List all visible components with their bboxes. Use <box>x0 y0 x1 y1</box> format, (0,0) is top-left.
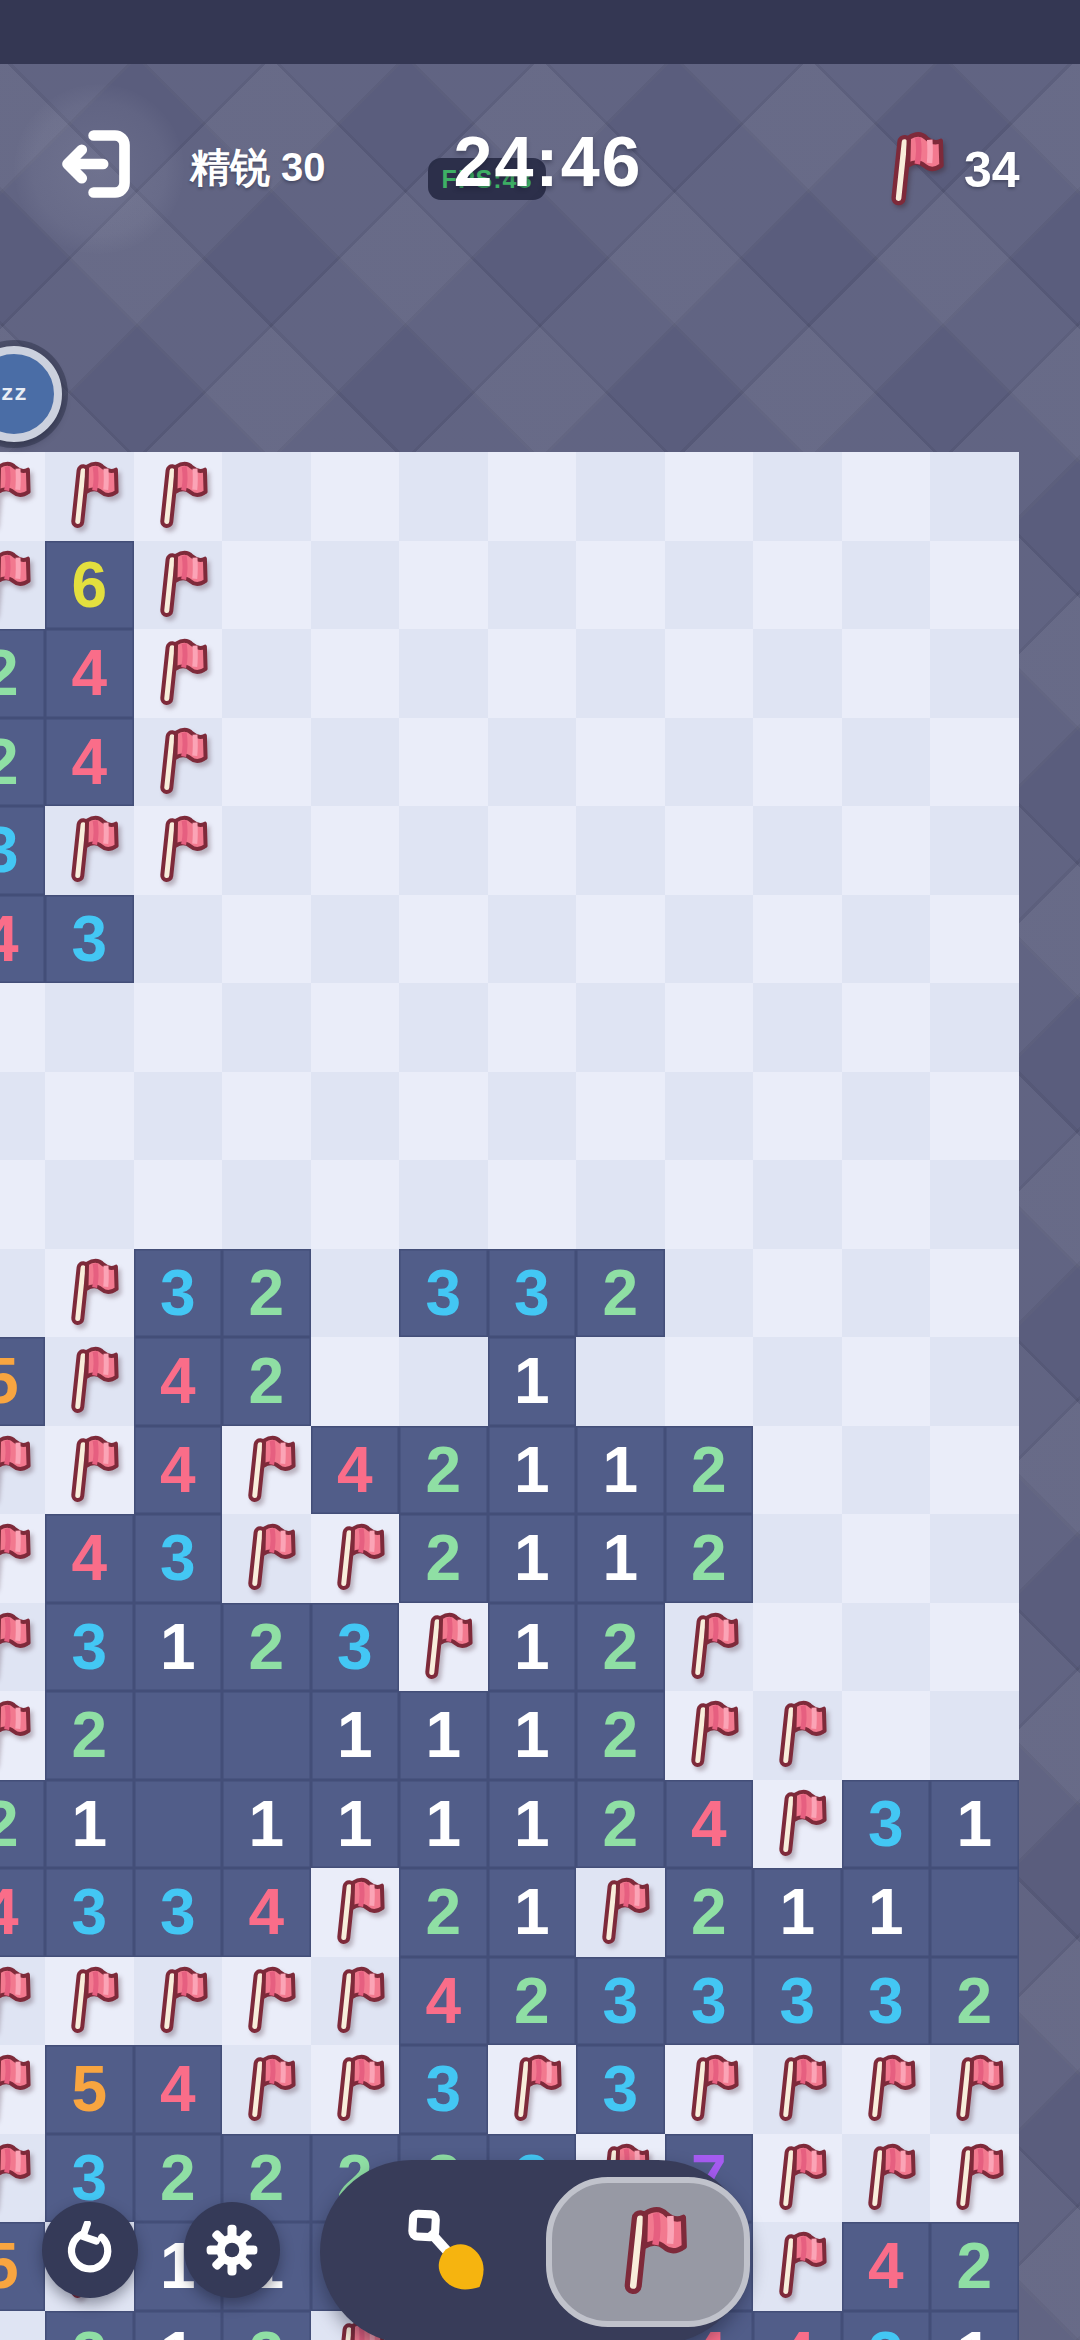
board-cell-r6-c0[interactable] <box>0 983 45 1072</box>
board-cell-r8-c4[interactable] <box>311 1160 400 1249</box>
board-cell-r17-c3[interactable] <box>222 1957 311 2046</box>
board-cell-r20-c10[interactable]: 4 <box>842 2222 931 2311</box>
board-cell-r8-c10[interactable] <box>842 1160 931 1249</box>
flag-icon <box>145 812 211 888</box>
board-cell-r13-c1[interactable]: 3 <box>45 1603 134 1692</box>
board-cell-r3-c1[interactable]: 4 <box>45 718 134 807</box>
board-cell-r6-c2[interactable] <box>134 983 223 1072</box>
board-cell-r13-c6[interactable]: 1 <box>488 1603 577 1692</box>
board-cell-r5-c6[interactable] <box>488 895 577 984</box>
board-cell-r17-c10[interactable]: 3 <box>842 1957 931 2046</box>
board-cell-r14-c4[interactable]: 1 <box>311 1691 400 1780</box>
board-cell-r3-c6[interactable] <box>488 718 577 807</box>
flag-icon <box>0 1432 34 1508</box>
board-cell-r5-c5[interactable] <box>399 895 488 984</box>
board-cell-r16-c11[interactable] <box>930 1868 1019 1957</box>
board-cell-r11-c11[interactable] <box>930 1426 1019 1515</box>
board-cell-r19-c9[interactable] <box>753 2134 842 2223</box>
mine-count-digit: 1 <box>602 1438 638 1502</box>
board-cell-r9-c3[interactable]: 2 <box>222 1249 311 1338</box>
board-cell-r4-c5[interactable] <box>399 806 488 895</box>
board-cell-r8-c5[interactable] <box>399 1160 488 1249</box>
mine-count-digit: 2 <box>956 2234 992 2298</box>
board-cell-r14-c7[interactable]: 2 <box>576 1691 665 1780</box>
board-cell-r8-c1[interactable] <box>45 1160 134 1249</box>
board-cell-r6-c5[interactable] <box>399 983 488 1072</box>
board-cell-r16-c10[interactable]: 1 <box>842 1868 931 1957</box>
board-cell-r0-c11[interactable] <box>930 452 1019 541</box>
board-cell-r2-c9[interactable] <box>753 629 842 718</box>
board-cell-r11-c10[interactable] <box>842 1426 931 1515</box>
board-cell-r7-c8[interactable] <box>665 1072 754 1161</box>
board-cell-r9-c0[interactable] <box>0 1249 45 1338</box>
mine-count-digit: 4 <box>0 907 19 971</box>
board-cell-r17-c6[interactable]: 2 <box>488 1957 577 2046</box>
board-cell-r17-c9[interactable]: 3 <box>753 1957 842 2046</box>
board-cell-r14-c0[interactable] <box>0 1691 45 1780</box>
shovel-tool-button[interactable] <box>396 2200 500 2304</box>
board-cell-r0-c0[interactable] <box>0 452 45 541</box>
board-cell-r10-c10[interactable] <box>842 1337 931 1426</box>
board-cell-r15-c0[interactable]: 2 <box>0 1780 45 1869</box>
board-cell-r7-c3[interactable] <box>222 1072 311 1161</box>
board-cell-r16-c3[interactable]: 4 <box>222 1868 311 1957</box>
flag-icon <box>233 1520 299 1596</box>
board-cell-r14-c1[interactable]: 2 <box>45 1691 134 1780</box>
flag-tool-button-selected[interactable] <box>546 2177 750 2327</box>
board-cell-r2-c2[interactable] <box>134 629 223 718</box>
board-cell-r8-c6[interactable] <box>488 1160 577 1249</box>
board-cell-r18-c3[interactable] <box>222 2045 311 2134</box>
board-cell-r3-c7[interactable] <box>576 718 665 807</box>
board-cell-r15-c2[interactable] <box>134 1780 223 1869</box>
board-cell-r3-c10[interactable] <box>842 718 931 807</box>
board-cell-r7-c9[interactable] <box>753 1072 842 1161</box>
board-cell-r21-c11[interactable]: 1 <box>930 2311 1019 2340</box>
mine-count-digit: 2 <box>691 1526 727 1590</box>
board-cell-r13-c10[interactable] <box>842 1603 931 1692</box>
board-cell-r7-c0[interactable] <box>0 1072 45 1161</box>
flag-icon <box>764 2228 830 2304</box>
board-cell-r11-c1[interactable] <box>45 1426 134 1515</box>
board-cell-r3-c2[interactable] <box>134 718 223 807</box>
board-cell-r2-c4[interactable] <box>311 629 400 718</box>
mine-count-digit: 4 <box>160 1349 196 1413</box>
board-cell-r9-c10[interactable] <box>842 1249 931 1338</box>
board-cell-r18-c8[interactable] <box>665 2045 754 2134</box>
board-cell-r14-c3[interactable] <box>222 1691 311 1780</box>
board-cell-r6-c1[interactable] <box>45 983 134 1072</box>
board-cell-r2-c0[interactable]: 2 <box>0 629 45 718</box>
board-cell-r8-c8[interactable] <box>665 1160 754 1249</box>
board-cell-r4-c0[interactable]: 3 <box>0 806 45 895</box>
board-cell-r10-c5[interactable] <box>399 1337 488 1426</box>
board-cell-r15-c4[interactable]: 1 <box>311 1780 400 1869</box>
board-cell-r7-c4[interactable] <box>311 1072 400 1161</box>
board-cell-r2-c1[interactable]: 4 <box>45 629 134 718</box>
mine-count-digit: 1 <box>868 1880 904 1944</box>
board-cell-r5-c10[interactable] <box>842 895 931 984</box>
board-cell-r20-c9[interactable] <box>753 2222 842 2311</box>
board-cell-r15-c10[interactable]: 3 <box>842 1780 931 1869</box>
board-cell-r2-c10[interactable] <box>842 629 931 718</box>
board-cell-r6-c9[interactable] <box>753 983 842 1072</box>
board-cell-r9-c7[interactable]: 2 <box>576 1249 665 1338</box>
board-cell-r16-c6[interactable]: 1 <box>488 1868 577 1957</box>
board-cell-r12-c9[interactable] <box>753 1514 842 1603</box>
board-cell-r11-c2[interactable]: 4 <box>134 1426 223 1515</box>
mine-count-digit: 2 <box>602 1792 638 1856</box>
undo-button[interactable] <box>42 2202 138 2298</box>
board-cell-r3-c9[interactable] <box>753 718 842 807</box>
board-cell-r16-c5[interactable]: 2 <box>399 1868 488 1957</box>
board-cell-r5-c7[interactable] <box>576 895 665 984</box>
mine-count-digit: 1 <box>514 1438 550 1502</box>
board-cell-r17-c1[interactable] <box>45 1957 134 2046</box>
board-cell-r0-c2[interactable] <box>134 452 223 541</box>
board-cell-r11-c5[interactable]: 2 <box>399 1426 488 1515</box>
board-cell-r18-c11[interactable] <box>930 2045 1019 2134</box>
mine-count-digit: 1 <box>248 1792 284 1856</box>
board-cell-r7-c2[interactable] <box>134 1072 223 1161</box>
board-cell-r13-c2[interactable]: 1 <box>134 1603 223 1692</box>
board-cell-r10-c2[interactable]: 4 <box>134 1337 223 1426</box>
board-cell-r11-c9[interactable] <box>753 1426 842 1515</box>
board-cell-r13-c4[interactable]: 3 <box>311 1603 400 1692</box>
board-cell-r1-c7[interactable] <box>576 541 665 630</box>
mine-count-digit: 2 <box>160 2146 196 2210</box>
board-cell-r0-c1[interactable] <box>45 452 134 541</box>
board-cell-r0-c9[interactable] <box>753 452 842 541</box>
board-cell-r14-c8[interactable] <box>665 1691 754 1780</box>
board-cell-r4-c1[interactable] <box>45 806 134 895</box>
board-cell-r5-c4[interactable] <box>311 895 400 984</box>
board-cell-r2-c8[interactable] <box>665 629 754 718</box>
board-cell-r1-c10[interactable] <box>842 541 931 630</box>
board-cell-r11-c6[interactable]: 1 <box>488 1426 577 1515</box>
exit-button[interactable] <box>58 126 134 202</box>
board-cell-r18-c1[interactable]: 5 <box>45 2045 134 2134</box>
board-cell-r9-c8[interactable] <box>665 1249 754 1338</box>
board-cell-r2-c7[interactable] <box>576 629 665 718</box>
board-cell-r15-c6[interactable]: 1 <box>488 1780 577 1869</box>
flag-icon <box>0 1963 34 2039</box>
flag-icon <box>233 1432 299 1508</box>
board-cell-r0-c7[interactable] <box>576 452 665 541</box>
board-cell-r6-c4[interactable] <box>311 983 400 1072</box>
board-cell-r13-c7[interactable]: 2 <box>576 1603 665 1692</box>
board-cell-r5-c3[interactable] <box>222 895 311 984</box>
board-cell-r12-c1[interactable]: 4 <box>45 1514 134 1603</box>
board-cell-r7-c1[interactable] <box>45 1072 134 1161</box>
board-cell-r12-c0[interactable] <box>0 1514 45 1603</box>
minesweeper-board[interactable]: 6242434332332542144211243211231231221112… <box>0 452 1019 2340</box>
board-cell-r10-c9[interactable] <box>753 1337 842 1426</box>
board-cell-r16-c4[interactable] <box>311 1868 400 1957</box>
board-cell-r5-c1[interactable]: 3 <box>45 895 134 984</box>
board-cell-r8-c11[interactable] <box>930 1160 1019 1249</box>
board-cell-r13-c5[interactable] <box>399 1603 488 1692</box>
flag-icon <box>145 458 211 534</box>
timer: 24:46 <box>428 122 668 202</box>
board-cell-r7-c10[interactable] <box>842 1072 931 1161</box>
board-cell-r4-c11[interactable] <box>930 806 1019 895</box>
board-cell-r4-c4[interactable] <box>311 806 400 895</box>
board-cell-r17-c8[interactable]: 3 <box>665 1957 754 2046</box>
board-cell-r16-c2[interactable]: 3 <box>134 1868 223 1957</box>
board-cell-r4-c10[interactable] <box>842 806 931 895</box>
mine-count-digit: 4 <box>71 641 107 705</box>
board-cell-r12-c6[interactable]: 1 <box>488 1514 577 1603</box>
board-cell-r12-c11[interactable] <box>930 1514 1019 1603</box>
board-cell-r6-c6[interactable] <box>488 983 577 1072</box>
board-cell-r1-c5[interactable] <box>399 541 488 630</box>
board-cell-r2-c5[interactable] <box>399 629 488 718</box>
board-cell-r9-c6[interactable]: 3 <box>488 1249 577 1338</box>
board-cell-r18-c0[interactable] <box>0 2045 45 2134</box>
board-cell-r4-c2[interactable] <box>134 806 223 895</box>
board-cell-r18-c4[interactable] <box>311 2045 400 2134</box>
board-cell-r0-c4[interactable] <box>311 452 400 541</box>
board-cell-r15-c9[interactable] <box>753 1780 842 1869</box>
mine-count-digit: 4 <box>425 1969 461 2033</box>
board-cell-r5-c2[interactable] <box>134 895 223 984</box>
board-cell-r17-c4[interactable] <box>311 1957 400 2046</box>
mine-count-digit: 4 <box>868 2234 904 2298</box>
board-cell-r14-c6[interactable]: 1 <box>488 1691 577 1780</box>
board-cell-r21-c9[interactable]: 4 <box>753 2311 842 2340</box>
mode-label: 精锐 30 <box>190 140 326 195</box>
board-cell-r10-c3[interactable]: 2 <box>222 1337 311 1426</box>
board-cell-r13-c11[interactable] <box>930 1603 1019 1692</box>
board-cell-r21-c0[interactable] <box>0 2311 45 2340</box>
board-cell-r21-c2[interactable]: 1 <box>134 2311 223 2340</box>
board-cell-r6-c8[interactable] <box>665 983 754 1072</box>
flag-icon <box>587 1874 653 1950</box>
board-cell-r13-c8[interactable] <box>665 1603 754 1692</box>
board-cell-r5-c8[interactable] <box>665 895 754 984</box>
board-cell-r3-c4[interactable] <box>311 718 400 807</box>
board-cell-r2-c11[interactable] <box>930 629 1019 718</box>
board-cell-r16-c8[interactable]: 2 <box>665 1868 754 1957</box>
board-cell-r12-c4[interactable] <box>311 1514 400 1603</box>
board-cell-r11-c4[interactable]: 4 <box>311 1426 400 1515</box>
board-cell-r5-c0[interactable]: 4 <box>0 895 45 984</box>
flag-icon <box>0 458 34 534</box>
board-cell-r11-c0[interactable] <box>0 1426 45 1515</box>
mine-count-digit: 2 <box>71 2323 107 2340</box>
board-cell-r14-c9[interactable] <box>753 1691 842 1780</box>
board-cell-r21-c1[interactable]: 2 <box>45 2311 134 2340</box>
board-cell-r12-c8[interactable]: 2 <box>665 1514 754 1603</box>
tool-toggle-pill <box>320 2160 750 2340</box>
flag-icon <box>0 2051 34 2127</box>
board-cell-r18-c10[interactable] <box>842 2045 931 2134</box>
mine-count-digit: 2 <box>248 1349 284 1413</box>
board-cell-r18-c6[interactable] <box>488 2045 577 2134</box>
board-cell-r15-c3[interactable]: 1 <box>222 1780 311 1869</box>
board-cell-r8-c2[interactable] <box>134 1160 223 1249</box>
flag-icon <box>499 2051 565 2127</box>
board-cell-r10-c7[interactable] <box>576 1337 665 1426</box>
board-cell-r3-c5[interactable] <box>399 718 488 807</box>
board-cell-r1-c3[interactable] <box>222 541 311 630</box>
settings-button[interactable] <box>184 2202 280 2298</box>
board-cell-r18-c2[interactable]: 4 <box>134 2045 223 2134</box>
avatar[interactable]: zz <box>0 346 62 442</box>
flag-icon <box>145 1963 211 2039</box>
board-cell-r17-c2[interactable] <box>134 1957 223 2046</box>
board-cell-r12-c7[interactable]: 1 <box>576 1514 665 1603</box>
mine-count-digit: 1 <box>514 1526 550 1590</box>
board-cell-r6-c3[interactable] <box>222 983 311 1072</box>
board-cell-r4-c3[interactable] <box>222 806 311 895</box>
board-cell-r16-c1[interactable]: 3 <box>45 1868 134 1957</box>
board-cell-r18-c9[interactable] <box>753 2045 842 2134</box>
board-cell-r14-c10[interactable] <box>842 1691 931 1780</box>
board-cell-r8-c7[interactable] <box>576 1160 665 1249</box>
board-cell-r3-c0[interactable]: 2 <box>0 718 45 807</box>
board-cell-r7-c6[interactable] <box>488 1072 577 1161</box>
board-cell-r19-c10[interactable] <box>842 2134 931 2223</box>
board-cell-r14-c2[interactable] <box>134 1691 223 1780</box>
board-cell-r17-c0[interactable] <box>0 1957 45 2046</box>
mine-count-digit: 3 <box>160 1526 196 1590</box>
flag-icon <box>676 1697 742 1773</box>
undo-icon <box>61 2221 119 2279</box>
mine-count-digit: 2 <box>71 1703 107 1767</box>
board-cell-r8-c0[interactable] <box>0 1160 45 1249</box>
board-cell-r13-c9[interactable] <box>753 1603 842 1692</box>
board-cell-r6-c11[interactable] <box>930 983 1019 1072</box>
board-cell-r12-c3[interactable] <box>222 1514 311 1603</box>
board-cell-r7-c5[interactable] <box>399 1072 488 1161</box>
board-cell-r15-c1[interactable]: 1 <box>45 1780 134 1869</box>
board-cell-r17-c7[interactable]: 3 <box>576 1957 665 2046</box>
board-cell-r14-c5[interactable]: 1 <box>399 1691 488 1780</box>
board-cell-r16-c9[interactable]: 1 <box>753 1868 842 1957</box>
board-cell-r4-c9[interactable] <box>753 806 842 895</box>
board-cell-r17-c11[interactable]: 2 <box>930 1957 1019 2046</box>
board-cell-r12-c10[interactable] <box>842 1514 931 1603</box>
board-cell-r8-c3[interactable] <box>222 1160 311 1249</box>
board-cell-r0-c3[interactable] <box>222 452 311 541</box>
board-cell-r18-c5[interactable]: 3 <box>399 2045 488 2134</box>
board-cell-r2-c6[interactable] <box>488 629 577 718</box>
board-cell-r18-c7[interactable]: 3 <box>576 2045 665 2134</box>
board-cell-r1-c4[interactable] <box>311 541 400 630</box>
board-cell-r1-c0[interactable] <box>0 541 45 630</box>
board-cell-r15-c5[interactable]: 1 <box>399 1780 488 1869</box>
board-cell-r9-c5[interactable]: 3 <box>399 1249 488 1338</box>
board-cell-r3-c11[interactable] <box>930 718 1019 807</box>
flag-icon <box>56 1343 122 1419</box>
board-cell-r9-c4[interactable] <box>311 1249 400 1338</box>
board-cell-r9-c9[interactable] <box>753 1249 842 1338</box>
mine-count-digit: 2 <box>691 1880 727 1944</box>
board-cell-r15-c7[interactable]: 2 <box>576 1780 665 1869</box>
board-cell-r9-c2[interactable]: 3 <box>134 1249 223 1338</box>
board-cell-r1-c2[interactable] <box>134 541 223 630</box>
board-cell-r21-c10[interactable]: 3 <box>842 2311 931 2340</box>
mine-count-digit: 1 <box>514 1615 550 1679</box>
board-cell-r7-c7[interactable] <box>576 1072 665 1161</box>
board-cell-r3-c3[interactable] <box>222 718 311 807</box>
board-cell-r1-c11[interactable] <box>930 541 1019 630</box>
board-cell-r11-c7[interactable]: 1 <box>576 1426 665 1515</box>
board-cell-r11-c8[interactable]: 2 <box>665 1426 754 1515</box>
board-cell-r17-c5[interactable]: 4 <box>399 1957 488 2046</box>
board-cell-r6-c7[interactable] <box>576 983 665 1072</box>
board-cell-r10-c11[interactable] <box>930 1337 1019 1426</box>
board-cell-r15-c8[interactable]: 4 <box>665 1780 754 1869</box>
mine-count-digit: 3 <box>71 1880 107 1944</box>
board-cell-r1-c8[interactable] <box>665 541 754 630</box>
board-cell-r15-c11[interactable]: 1 <box>930 1780 1019 1869</box>
board-cell-r7-c11[interactable] <box>930 1072 1019 1161</box>
mine-count-digit: 2 <box>0 730 19 794</box>
mine-count-digit: 1 <box>779 1880 815 1944</box>
board-cell-r10-c1[interactable] <box>45 1337 134 1426</box>
board-cell-r13-c0[interactable] <box>0 1603 45 1692</box>
board-cell-r16-c7[interactable] <box>576 1868 665 1957</box>
board-cell-r9-c1[interactable] <box>45 1249 134 1338</box>
board-cell-r12-c2[interactable]: 3 <box>134 1514 223 1603</box>
board-cell-r10-c0[interactable]: 5 <box>0 1337 45 1426</box>
flag-icon <box>56 812 122 888</box>
flag-icon <box>410 1609 476 1685</box>
board-cell-r16-c0[interactable]: 4 <box>0 1868 45 1957</box>
avatar-text: zz <box>1 382 27 407</box>
board-cell-r1-c6[interactable] <box>488 541 577 630</box>
flag-icon <box>0 1697 34 1773</box>
board-cell-r12-c5[interactable]: 2 <box>399 1514 488 1603</box>
board-cell-r13-c3[interactable]: 2 <box>222 1603 311 1692</box>
board-cell-r21-c3[interactable]: 2 <box>222 2311 311 2340</box>
board-cell-r20-c11[interactable]: 2 <box>930 2222 1019 2311</box>
board-cell-r14-c11[interactable] <box>930 1691 1019 1780</box>
board-cell-r0-c5[interactable] <box>399 452 488 541</box>
mine-count-digit: 3 <box>868 1969 904 2033</box>
board-cell-r6-c10[interactable] <box>842 983 931 1072</box>
board-cell-r19-c11[interactable] <box>930 2134 1019 2223</box>
flag-icon <box>322 2051 388 2127</box>
board-cell-r4-c6[interactable] <box>488 806 577 895</box>
board-cell-r11-c3[interactable] <box>222 1426 311 1515</box>
board-cell-r3-c8[interactable] <box>665 718 754 807</box>
board-cell-r4-c7[interactable] <box>576 806 665 895</box>
mine-count-digit: 4 <box>248 1880 284 1944</box>
mine-count-digit: 2 <box>602 1615 638 1679</box>
board-cell-r5-c9[interactable] <box>753 895 842 984</box>
board-cell-r0-c10[interactable] <box>842 452 931 541</box>
board-cell-r4-c8[interactable] <box>665 806 754 895</box>
board-cell-r5-c11[interactable] <box>930 895 1019 984</box>
board-cell-r10-c4[interactable] <box>311 1337 400 1426</box>
board-cell-r10-c8[interactable] <box>665 1337 754 1426</box>
board-cell-r0-c6[interactable] <box>488 452 577 541</box>
board-cell-r10-c6[interactable]: 1 <box>488 1337 577 1426</box>
board-cell-r9-c11[interactable] <box>930 1249 1019 1338</box>
board-cell-r1-c9[interactable] <box>753 541 842 630</box>
board-cell-r2-c3[interactable] <box>222 629 311 718</box>
board-cell-r8-c9[interactable] <box>753 1160 842 1249</box>
flag-icon <box>56 1255 122 1331</box>
board-cell-r1-c1[interactable]: 6 <box>45 541 134 630</box>
board-cell-r0-c8[interactable] <box>665 452 754 541</box>
board-cell-r19-c0[interactable] <box>0 2134 45 2223</box>
board-cell-r20-c0[interactable]: 5 <box>0 2222 45 2311</box>
